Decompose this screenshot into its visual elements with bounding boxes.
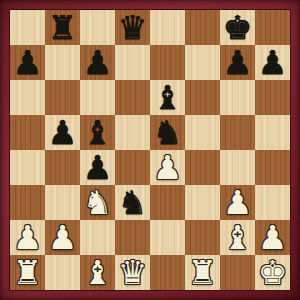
square-h8[interactable] — [255, 10, 290, 45]
square-c4[interactable]: ♟ — [80, 150, 115, 185]
square-b8[interactable]: ♜ — [45, 10, 80, 45]
square-g4[interactable] — [220, 150, 255, 185]
black-king-g8[interactable]: ♚ — [220, 10, 255, 45]
square-g2[interactable]: ♝ — [220, 220, 255, 255]
square-a3[interactable] — [10, 185, 45, 220]
square-d7[interactable] — [115, 45, 150, 80]
square-b4[interactable] — [45, 150, 80, 185]
black-pawn-c7[interactable]: ♟ — [80, 45, 115, 80]
square-g7[interactable]: ♟ — [220, 45, 255, 80]
square-a1[interactable]: ♜ — [10, 255, 45, 290]
square-b7[interactable] — [45, 45, 80, 80]
square-c3[interactable]: ♞ — [80, 185, 115, 220]
square-h5[interactable] — [255, 115, 290, 150]
black-pawn-g7[interactable]: ♟ — [220, 45, 255, 80]
square-d6[interactable] — [115, 80, 150, 115]
square-e8[interactable] — [150, 10, 185, 45]
square-f1[interactable]: ♜ — [185, 255, 220, 290]
square-h4[interactable] — [255, 150, 290, 185]
square-c8[interactable] — [80, 10, 115, 45]
square-e4[interactable]: ♟ — [150, 150, 185, 185]
square-g1[interactable] — [220, 255, 255, 290]
square-h1[interactable]: ♚ — [255, 255, 290, 290]
white-pawn-e4[interactable]: ♟ — [150, 150, 185, 185]
chess-board: ♜♛♚♟♟♟♟♝♟♝♞♟♟♞♞♟♟♟♝♟♜♝♛♜♚ — [10, 10, 290, 290]
white-rook-f1[interactable]: ♜ — [185, 255, 220, 290]
white-queen-d1[interactable]: ♛ — [115, 255, 150, 290]
square-e1[interactable] — [150, 255, 185, 290]
square-a4[interactable] — [10, 150, 45, 185]
black-bishop-e6[interactable]: ♝ — [150, 80, 185, 115]
black-pawn-a7[interactable]: ♟ — [10, 45, 45, 80]
black-knight-e5[interactable]: ♞ — [150, 115, 185, 150]
square-d5[interactable] — [115, 115, 150, 150]
white-bishop-g2[interactable]: ♝ — [220, 220, 255, 255]
square-c5[interactable]: ♝ — [80, 115, 115, 150]
square-f8[interactable] — [185, 10, 220, 45]
square-g3[interactable]: ♟ — [220, 185, 255, 220]
square-a5[interactable] — [10, 115, 45, 150]
square-b6[interactable] — [45, 80, 80, 115]
white-bishop-c1[interactable]: ♝ — [80, 255, 115, 290]
black-queen-d8[interactable]: ♛ — [115, 10, 150, 45]
black-bishop-c5[interactable]: ♝ — [80, 115, 115, 150]
white-pawn-a2[interactable]: ♟ — [10, 220, 45, 255]
square-f7[interactable] — [185, 45, 220, 80]
square-g8[interactable]: ♚ — [220, 10, 255, 45]
black-pawn-c4[interactable]: ♟ — [80, 150, 115, 185]
white-pawn-h2[interactable]: ♟ — [255, 220, 290, 255]
black-rook-b8[interactable]: ♜ — [45, 10, 80, 45]
white-knight-c3[interactable]: ♞ — [80, 185, 115, 220]
square-e7[interactable] — [150, 45, 185, 80]
square-h6[interactable] — [255, 80, 290, 115]
square-e5[interactable]: ♞ — [150, 115, 185, 150]
square-e3[interactable] — [150, 185, 185, 220]
square-a8[interactable] — [10, 10, 45, 45]
square-b5[interactable]: ♟ — [45, 115, 80, 150]
square-a7[interactable]: ♟ — [10, 45, 45, 80]
square-c2[interactable] — [80, 220, 115, 255]
square-h3[interactable] — [255, 185, 290, 220]
chess-diagram: ♜♛♚♟♟♟♟♝♟♝♞♟♟♞♞♟♟♟♝♟♜♝♛♜♚ — [0, 0, 300, 300]
square-d2[interactable] — [115, 220, 150, 255]
square-f6[interactable] — [185, 80, 220, 115]
white-pawn-b2[interactable]: ♟ — [45, 220, 80, 255]
square-b3[interactable] — [45, 185, 80, 220]
white-pawn-g3[interactable]: ♟ — [220, 185, 255, 220]
square-d1[interactable]: ♛ — [115, 255, 150, 290]
board-frame: ♜♛♚♟♟♟♟♝♟♝♞♟♟♞♞♟♟♟♝♟♜♝♛♜♚ — [0, 0, 300, 300]
square-e6[interactable]: ♝ — [150, 80, 185, 115]
white-rook-a1[interactable]: ♜ — [10, 255, 45, 290]
square-b2[interactable]: ♟ — [45, 220, 80, 255]
square-d4[interactable] — [115, 150, 150, 185]
square-d3[interactable]: ♞ — [115, 185, 150, 220]
square-a2[interactable]: ♟ — [10, 220, 45, 255]
square-g5[interactable] — [220, 115, 255, 150]
square-h2[interactable]: ♟ — [255, 220, 290, 255]
square-f2[interactable] — [185, 220, 220, 255]
black-pawn-h7[interactable]: ♟ — [255, 45, 290, 80]
black-pawn-b5[interactable]: ♟ — [45, 115, 80, 150]
square-c7[interactable]: ♟ — [80, 45, 115, 80]
square-c1[interactable]: ♝ — [80, 255, 115, 290]
square-f4[interactable] — [185, 150, 220, 185]
square-d8[interactable]: ♛ — [115, 10, 150, 45]
white-king-h1[interactable]: ♚ — [255, 255, 290, 290]
square-b1[interactable] — [45, 255, 80, 290]
square-f3[interactable] — [185, 185, 220, 220]
square-f5[interactable] — [185, 115, 220, 150]
square-h7[interactable]: ♟ — [255, 45, 290, 80]
black-knight-d3[interactable]: ♞ — [115, 185, 150, 220]
square-g6[interactable] — [220, 80, 255, 115]
square-c6[interactable] — [80, 80, 115, 115]
square-a6[interactable] — [10, 80, 45, 115]
square-e2[interactable] — [150, 220, 185, 255]
